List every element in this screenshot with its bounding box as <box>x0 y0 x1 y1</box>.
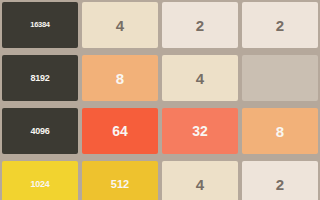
tile-64: 64 <box>82 108 120 154</box>
tile-1024: 1024 <box>2 161 78 200</box>
tile-512: 512 <box>82 161 120 200</box>
tile-4: 4 <box>82 2 120 48</box>
tile-8192: 8192 <box>2 55 78 101</box>
tile-4096: 4096 <box>2 108 78 154</box>
tile-16384: 16384 <box>2 2 78 48</box>
board-2048[interactable]: 16384422819284409664328102451242 <box>0 0 120 200</box>
tile-8: 8 <box>82 55 120 101</box>
